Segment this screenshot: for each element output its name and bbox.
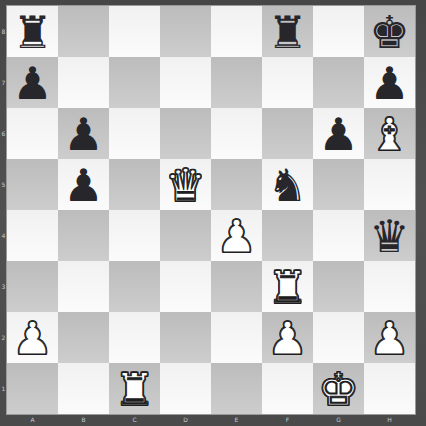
square-g4[interactable] <box>313 210 364 261</box>
square-e6[interactable] <box>211 108 262 159</box>
black-king[interactable]: ♚ <box>369 10 409 55</box>
square-g3[interactable] <box>313 261 364 312</box>
square-e4[interactable]: ♟ <box>211 210 262 261</box>
black-queen[interactable]: ♛ <box>369 214 409 259</box>
square-e3[interactable] <box>211 261 262 312</box>
black-pawn[interactable]: ♟ <box>63 112 103 157</box>
white-rook[interactable]: ♜ <box>267 265 307 310</box>
black-knight[interactable]: ♞ <box>267 163 307 208</box>
square-d7[interactable] <box>160 57 211 108</box>
white-pawn[interactable]: ♟ <box>12 316 52 361</box>
square-d4[interactable] <box>160 210 211 261</box>
file-label-a: A <box>7 414 58 426</box>
square-e1[interactable] <box>211 363 262 414</box>
square-e5[interactable] <box>211 159 262 210</box>
square-b8[interactable] <box>58 6 109 57</box>
white-king[interactable]: ♚ <box>318 367 358 412</box>
square-g5[interactable] <box>313 159 364 210</box>
file-label-c: C <box>109 414 160 426</box>
square-c4[interactable] <box>109 210 160 261</box>
chess-board: ♜♜♚♟♟♟♟♝♟♛♞♟♛♜♟♟♟♜♚ <box>7 6 415 414</box>
square-a5[interactable] <box>7 159 58 210</box>
square-h8[interactable]: ♚ <box>364 6 415 57</box>
square-b7[interactable] <box>58 57 109 108</box>
white-rook[interactable]: ♜ <box>114 367 154 412</box>
square-c3[interactable] <box>109 261 160 312</box>
board-frame: 87654321 ♜♜♚♟♟♟♟♝♟♛♞♟♛♜♟♟♟♜♚ ABCDEFGH <box>0 0 426 426</box>
rank-label-4: 4 <box>0 210 7 261</box>
square-b3[interactable] <box>58 261 109 312</box>
square-a3[interactable] <box>7 261 58 312</box>
rank-label-3: 3 <box>0 261 7 312</box>
square-h6[interactable]: ♝ <box>364 108 415 159</box>
square-c8[interactable] <box>109 6 160 57</box>
square-g6[interactable]: ♟ <box>313 108 364 159</box>
rank-label-7: 7 <box>0 57 7 108</box>
square-f3[interactable]: ♜ <box>262 261 313 312</box>
rank-label-8: 8 <box>0 6 7 57</box>
square-c6[interactable] <box>109 108 160 159</box>
square-d6[interactable] <box>160 108 211 159</box>
black-pawn[interactable]: ♟ <box>63 163 103 208</box>
square-f1[interactable] <box>262 363 313 414</box>
square-e8[interactable] <box>211 6 262 57</box>
black-pawn[interactable]: ♟ <box>318 112 358 157</box>
rank-label-6: 6 <box>0 108 7 159</box>
black-rook[interactable]: ♜ <box>12 10 52 55</box>
white-pawn[interactable]: ♟ <box>369 316 409 361</box>
file-label-d: D <box>160 414 211 426</box>
square-a7[interactable]: ♟ <box>7 57 58 108</box>
square-b1[interactable] <box>58 363 109 414</box>
square-h7[interactable]: ♟ <box>364 57 415 108</box>
square-f7[interactable] <box>262 57 313 108</box>
rank-labels: 87654321 <box>0 0 7 426</box>
square-f2[interactable]: ♟ <box>262 312 313 363</box>
square-h4[interactable]: ♛ <box>364 210 415 261</box>
file-label-g: G <box>313 414 364 426</box>
square-c2[interactable] <box>109 312 160 363</box>
file-label-f: F <box>262 414 313 426</box>
square-d5[interactable]: ♛ <box>160 159 211 210</box>
white-pawn[interactable]: ♟ <box>267 316 307 361</box>
rank-label-2: 2 <box>0 312 7 363</box>
square-g2[interactable] <box>313 312 364 363</box>
black-pawn[interactable]: ♟ <box>369 61 409 106</box>
square-h2[interactable]: ♟ <box>364 312 415 363</box>
square-a4[interactable] <box>7 210 58 261</box>
white-bishop[interactable]: ♝ <box>369 112 409 157</box>
file-labels: ABCDEFGH <box>7 414 415 426</box>
square-g1[interactable]: ♚ <box>313 363 364 414</box>
square-f6[interactable] <box>262 108 313 159</box>
square-b6[interactable]: ♟ <box>58 108 109 159</box>
square-d8[interactable] <box>160 6 211 57</box>
square-e7[interactable] <box>211 57 262 108</box>
square-f5[interactable]: ♞ <box>262 159 313 210</box>
black-pawn[interactable]: ♟ <box>12 61 52 106</box>
black-rook[interactable]: ♜ <box>267 10 307 55</box>
square-c1[interactable]: ♜ <box>109 363 160 414</box>
square-g7[interactable] <box>313 57 364 108</box>
white-pawn[interactable]: ♟ <box>216 214 256 259</box>
square-c5[interactable] <box>109 159 160 210</box>
square-a8[interactable]: ♜ <box>7 6 58 57</box>
square-d1[interactable] <box>160 363 211 414</box>
square-f4[interactable] <box>262 210 313 261</box>
square-c7[interactable] <box>109 57 160 108</box>
rank-label-1: 1 <box>0 363 7 414</box>
square-b5[interactable]: ♟ <box>58 159 109 210</box>
file-label-h: H <box>364 414 415 426</box>
square-f8[interactable]: ♜ <box>262 6 313 57</box>
rank-label-5: 5 <box>0 159 7 210</box>
file-label-e: E <box>211 414 262 426</box>
square-h1[interactable] <box>364 363 415 414</box>
square-a1[interactable] <box>7 363 58 414</box>
square-d2[interactable] <box>160 312 211 363</box>
square-g8[interactable] <box>313 6 364 57</box>
square-b2[interactable] <box>58 312 109 363</box>
file-label-b: B <box>58 414 109 426</box>
square-h3[interactable] <box>364 261 415 312</box>
square-e2[interactable] <box>211 312 262 363</box>
square-h5[interactable] <box>364 159 415 210</box>
square-d3[interactable] <box>160 261 211 312</box>
square-b4[interactable] <box>58 210 109 261</box>
square-a2[interactable]: ♟ <box>7 312 58 363</box>
white-queen[interactable]: ♛ <box>165 163 205 208</box>
square-a6[interactable] <box>7 108 58 159</box>
